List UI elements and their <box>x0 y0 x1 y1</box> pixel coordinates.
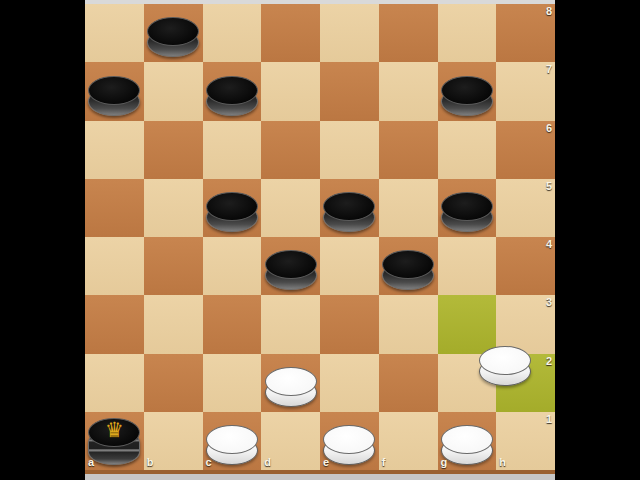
white-man-moving-h2-g3[interactable] <box>479 346 531 386</box>
app-background: 8765432a♛bcdefg1h <box>0 0 640 480</box>
checkers-board: 8765432a♛bcdefg1h <box>85 0 555 480</box>
floating-piece-layer <box>85 0 555 480</box>
